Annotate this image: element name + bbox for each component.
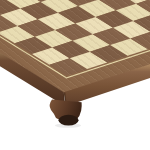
chessboard-photo — [0, 0, 150, 150]
board-base — [0, 0, 150, 150]
foot-pad — [59, 115, 79, 126]
board-edge-left-face — [0, 53, 65, 106]
board-edge-right-face — [64, 64, 150, 106]
